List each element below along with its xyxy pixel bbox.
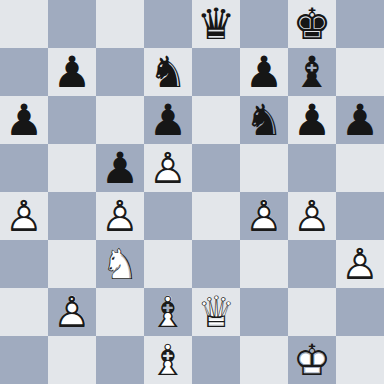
square-f5[interactable] [240, 144, 288, 192]
square-g3[interactable] [288, 240, 336, 288]
piece-white-bishop[interactable]: ♝♗ [144, 288, 192, 336]
piece-white-pawn[interactable]: ♟♙ [96, 192, 144, 240]
square-g4[interactable]: ♟♙ [288, 192, 336, 240]
piece-black-pawn[interactable]: ♟ [96, 144, 144, 192]
square-e3[interactable] [192, 240, 240, 288]
square-c2[interactable] [96, 288, 144, 336]
square-f4[interactable]: ♟♙ [240, 192, 288, 240]
white-piece-outline-glyph: ♙ [0, 192, 48, 240]
square-b5[interactable] [48, 144, 96, 192]
square-f2[interactable] [240, 288, 288, 336]
square-f8[interactable] [240, 0, 288, 48]
square-b1[interactable] [48, 336, 96, 384]
white-piece-outline-glyph: ♕ [192, 288, 240, 336]
square-c3[interactable]: ♞♘ [96, 240, 144, 288]
white-piece-outline-glyph: ♙ [96, 192, 144, 240]
piece-black-pawn[interactable]: ♟ [0, 96, 48, 144]
square-d3[interactable] [144, 240, 192, 288]
square-h6[interactable]: ♟ [336, 96, 384, 144]
piece-black-bishop[interactable]: ♝ [288, 48, 336, 96]
white-piece-outline-glyph: ♔ [288, 336, 336, 384]
white-piece-outline-glyph: ♗ [144, 336, 192, 384]
square-d2[interactable]: ♝♗ [144, 288, 192, 336]
square-c7[interactable] [96, 48, 144, 96]
square-e5[interactable] [192, 144, 240, 192]
square-h4[interactable] [336, 192, 384, 240]
square-d5[interactable]: ♟♙ [144, 144, 192, 192]
piece-white-queen[interactable]: ♛♕ [192, 288, 240, 336]
square-g7[interactable]: ♝ [288, 48, 336, 96]
square-d1[interactable]: ♝♗ [144, 336, 192, 384]
square-d4[interactable] [144, 192, 192, 240]
square-a7[interactable] [0, 48, 48, 96]
piece-white-pawn[interactable]: ♟♙ [144, 144, 192, 192]
square-a5[interactable] [0, 144, 48, 192]
square-a3[interactable] [0, 240, 48, 288]
white-piece-outline-glyph: ♘ [96, 240, 144, 288]
square-c4[interactable]: ♟♙ [96, 192, 144, 240]
piece-black-king[interactable]: ♚ [288, 0, 336, 48]
square-g2[interactable] [288, 288, 336, 336]
square-h2[interactable] [336, 288, 384, 336]
square-b7[interactable]: ♟ [48, 48, 96, 96]
square-b2[interactable]: ♟♙ [48, 288, 96, 336]
white-piece-outline-glyph: ♗ [144, 288, 192, 336]
piece-white-pawn[interactable]: ♟♙ [336, 240, 384, 288]
square-d7[interactable]: ♞ [144, 48, 192, 96]
square-e4[interactable] [192, 192, 240, 240]
square-e6[interactable] [192, 96, 240, 144]
square-b3[interactable] [48, 240, 96, 288]
square-a6[interactable]: ♟ [0, 96, 48, 144]
white-piece-outline-glyph: ♙ [336, 240, 384, 288]
piece-white-pawn[interactable]: ♟♙ [288, 192, 336, 240]
square-c8[interactable] [96, 0, 144, 48]
square-h1[interactable] [336, 336, 384, 384]
square-f7[interactable]: ♟ [240, 48, 288, 96]
square-e1[interactable] [192, 336, 240, 384]
square-a1[interactable] [0, 336, 48, 384]
piece-white-bishop[interactable]: ♝♗ [144, 336, 192, 384]
white-piece-outline-glyph: ♙ [288, 192, 336, 240]
square-f3[interactable] [240, 240, 288, 288]
square-f1[interactable] [240, 336, 288, 384]
square-h8[interactable] [336, 0, 384, 48]
square-e2[interactable]: ♛♕ [192, 288, 240, 336]
square-a4[interactable]: ♟♙ [0, 192, 48, 240]
piece-black-pawn[interactable]: ♟ [336, 96, 384, 144]
piece-white-pawn[interactable]: ♟♙ [48, 288, 96, 336]
square-h7[interactable] [336, 48, 384, 96]
square-a8[interactable] [0, 0, 48, 48]
piece-white-pawn[interactable]: ♟♙ [0, 192, 48, 240]
square-c1[interactable] [96, 336, 144, 384]
square-e7[interactable] [192, 48, 240, 96]
square-d6[interactable]: ♟ [144, 96, 192, 144]
square-b8[interactable] [48, 0, 96, 48]
square-f6[interactable]: ♞ [240, 96, 288, 144]
piece-black-queen[interactable]: ♛ [192, 0, 240, 48]
square-c6[interactable] [96, 96, 144, 144]
square-b6[interactable] [48, 96, 96, 144]
piece-black-pawn[interactable]: ♟ [240, 48, 288, 96]
piece-white-pawn[interactable]: ♟♙ [240, 192, 288, 240]
piece-black-knight[interactable]: ♞ [144, 48, 192, 96]
piece-black-pawn[interactable]: ♟ [48, 48, 96, 96]
chessboard: ♛♚♟♞♟♝♟♟♞♟♟♟♟♙♟♙♟♙♟♙♟♙♞♘♟♙♟♙♝♗♛♕♝♗♚♔ [0, 0, 384, 384]
piece-white-king[interactable]: ♚♔ [288, 336, 336, 384]
white-piece-outline-glyph: ♙ [144, 144, 192, 192]
square-g1[interactable]: ♚♔ [288, 336, 336, 384]
piece-black-knight[interactable]: ♞ [240, 96, 288, 144]
square-a2[interactable] [0, 288, 48, 336]
square-e8[interactable]: ♛ [192, 0, 240, 48]
square-h3[interactable]: ♟♙ [336, 240, 384, 288]
square-h5[interactable] [336, 144, 384, 192]
white-piece-outline-glyph: ♙ [48, 288, 96, 336]
white-piece-outline-glyph: ♙ [240, 192, 288, 240]
square-g5[interactable] [288, 144, 336, 192]
piece-black-pawn[interactable]: ♟ [288, 96, 336, 144]
square-g8[interactable]: ♚ [288, 0, 336, 48]
piece-white-knight[interactable]: ♞♘ [96, 240, 144, 288]
square-c5[interactable]: ♟ [96, 144, 144, 192]
piece-black-pawn[interactable]: ♟ [144, 96, 192, 144]
square-g6[interactable]: ♟ [288, 96, 336, 144]
square-d8[interactable] [144, 0, 192, 48]
square-b4[interactable] [48, 192, 96, 240]
